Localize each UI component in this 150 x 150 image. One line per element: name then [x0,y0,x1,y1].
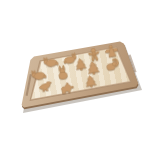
product-photo [0,0,150,150]
dove-cookie [37,80,54,92]
squirrel-cookie [105,57,120,71]
cookies-layer [0,0,150,150]
tree-cookie [86,60,100,75]
gingerbread-man-cookie [87,47,101,62]
angel-cookie [104,44,119,58]
tree-cookie [74,57,87,71]
tree-cookie [84,74,97,88]
rabbit-running-cookie [29,67,47,81]
camel-cookie [59,79,76,93]
rabbit-sitting-cookie [55,64,68,80]
